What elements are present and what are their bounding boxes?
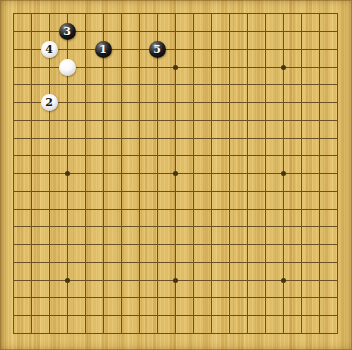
board-point[interactable] bbox=[184, 325, 202, 343]
board-point[interactable] bbox=[292, 23, 310, 41]
board-point[interactable] bbox=[40, 254, 58, 272]
board-point[interactable] bbox=[76, 325, 94, 343]
board-point[interactable] bbox=[310, 94, 328, 112]
board-point[interactable] bbox=[130, 94, 148, 112]
board-point[interactable] bbox=[310, 236, 328, 254]
board-point[interactable] bbox=[58, 129, 76, 147]
board-point[interactable]: 2 bbox=[40, 94, 58, 112]
board-point[interactable] bbox=[256, 58, 274, 76]
board-point[interactable] bbox=[112, 94, 130, 112]
board-point[interactable] bbox=[202, 307, 220, 325]
board-point[interactable] bbox=[202, 58, 220, 76]
board-point[interactable] bbox=[58, 112, 76, 130]
board-point[interactable] bbox=[310, 76, 328, 94]
board-point[interactable] bbox=[310, 200, 328, 218]
board-point[interactable] bbox=[94, 325, 112, 343]
board-point[interactable] bbox=[328, 183, 346, 201]
board-point[interactable] bbox=[58, 147, 76, 165]
board-point[interactable] bbox=[202, 289, 220, 307]
board-point[interactable] bbox=[166, 112, 184, 130]
board-point[interactable] bbox=[130, 218, 148, 236]
board-point[interactable] bbox=[58, 307, 76, 325]
board-point[interactable] bbox=[76, 218, 94, 236]
board-point[interactable] bbox=[328, 112, 346, 130]
board-point[interactable] bbox=[274, 254, 292, 272]
board-point[interactable] bbox=[202, 76, 220, 94]
board-point[interactable] bbox=[328, 41, 346, 59]
board-point[interactable]: 3 bbox=[58, 23, 76, 41]
board-point[interactable] bbox=[148, 289, 166, 307]
board-point[interactable] bbox=[130, 165, 148, 183]
board-point[interactable] bbox=[184, 5, 202, 23]
board-point[interactable] bbox=[22, 307, 40, 325]
board-point[interactable] bbox=[238, 129, 256, 147]
board-point[interactable] bbox=[220, 94, 238, 112]
board-point[interactable] bbox=[40, 218, 58, 236]
board-point[interactable] bbox=[184, 112, 202, 130]
board-point[interactable] bbox=[76, 129, 94, 147]
board-point[interactable] bbox=[166, 271, 184, 289]
board-point[interactable] bbox=[220, 325, 238, 343]
board-point[interactable] bbox=[112, 76, 130, 94]
board-point[interactable] bbox=[184, 236, 202, 254]
board-point[interactable] bbox=[22, 165, 40, 183]
board-point[interactable] bbox=[148, 58, 166, 76]
board-point[interactable] bbox=[328, 165, 346, 183]
board-point[interactable] bbox=[130, 183, 148, 201]
board-point[interactable] bbox=[40, 307, 58, 325]
board-point[interactable] bbox=[202, 112, 220, 130]
board-point[interactable] bbox=[292, 254, 310, 272]
board-point[interactable] bbox=[220, 129, 238, 147]
board-point[interactable] bbox=[256, 23, 274, 41]
board-point[interactable] bbox=[202, 147, 220, 165]
board-point[interactable] bbox=[310, 218, 328, 236]
board-point[interactable] bbox=[166, 200, 184, 218]
board-point[interactable] bbox=[202, 200, 220, 218]
board-point[interactable] bbox=[58, 41, 76, 59]
board-point[interactable] bbox=[292, 41, 310, 59]
board-point[interactable] bbox=[22, 23, 40, 41]
board-point[interactable] bbox=[76, 271, 94, 289]
board-point[interactable] bbox=[112, 200, 130, 218]
board-point[interactable] bbox=[274, 129, 292, 147]
board-point[interactable] bbox=[310, 183, 328, 201]
board-point[interactable] bbox=[238, 94, 256, 112]
board-point[interactable] bbox=[76, 23, 94, 41]
board-point[interactable] bbox=[130, 307, 148, 325]
board-point[interactable] bbox=[130, 76, 148, 94]
board-point[interactable] bbox=[112, 23, 130, 41]
board-point[interactable] bbox=[166, 94, 184, 112]
board-point[interactable] bbox=[166, 236, 184, 254]
board-point[interactable] bbox=[112, 254, 130, 272]
board-point[interactable] bbox=[4, 307, 22, 325]
board-point[interactable] bbox=[256, 289, 274, 307]
board-point[interactable] bbox=[166, 76, 184, 94]
board-point[interactable] bbox=[40, 76, 58, 94]
board-point[interactable] bbox=[292, 236, 310, 254]
board-point[interactable] bbox=[94, 307, 112, 325]
board-point[interactable] bbox=[328, 325, 346, 343]
board-point[interactable] bbox=[220, 5, 238, 23]
board-point[interactable] bbox=[76, 200, 94, 218]
board-point[interactable] bbox=[292, 58, 310, 76]
board-point[interactable] bbox=[94, 200, 112, 218]
board-point[interactable] bbox=[22, 200, 40, 218]
board-point[interactable] bbox=[112, 271, 130, 289]
board-point[interactable] bbox=[220, 254, 238, 272]
board-point[interactable] bbox=[310, 112, 328, 130]
board-point[interactable] bbox=[94, 112, 112, 130]
board-point[interactable] bbox=[112, 307, 130, 325]
board-point[interactable] bbox=[58, 218, 76, 236]
board-point[interactable] bbox=[76, 183, 94, 201]
board-point[interactable] bbox=[292, 325, 310, 343]
board-point[interactable] bbox=[40, 200, 58, 218]
board-point[interactable] bbox=[220, 307, 238, 325]
board-point[interactable] bbox=[112, 165, 130, 183]
board-point[interactable] bbox=[148, 76, 166, 94]
board-point[interactable] bbox=[4, 94, 22, 112]
board-point[interactable] bbox=[274, 76, 292, 94]
board-point[interactable] bbox=[328, 129, 346, 147]
board-point[interactable] bbox=[274, 218, 292, 236]
board-point[interactable] bbox=[238, 5, 256, 23]
board-point[interactable] bbox=[184, 271, 202, 289]
board-point[interactable] bbox=[328, 58, 346, 76]
board-point[interactable] bbox=[202, 271, 220, 289]
board-point[interactable] bbox=[256, 76, 274, 94]
board-point[interactable] bbox=[256, 218, 274, 236]
board-point[interactable] bbox=[256, 112, 274, 130]
board-point[interactable] bbox=[22, 94, 40, 112]
board-point[interactable] bbox=[94, 58, 112, 76]
board-point[interactable] bbox=[220, 112, 238, 130]
board-point[interactable] bbox=[238, 200, 256, 218]
board-point[interactable] bbox=[112, 325, 130, 343]
board-point[interactable] bbox=[166, 5, 184, 23]
board-point[interactable] bbox=[4, 254, 22, 272]
board-point[interactable] bbox=[4, 271, 22, 289]
board-point[interactable] bbox=[94, 5, 112, 23]
board-point[interactable] bbox=[76, 307, 94, 325]
board-point[interactable] bbox=[292, 218, 310, 236]
board-point[interactable] bbox=[274, 23, 292, 41]
board-point[interactable] bbox=[184, 41, 202, 59]
board-point[interactable] bbox=[202, 94, 220, 112]
board-point[interactable] bbox=[220, 23, 238, 41]
board-point[interactable] bbox=[166, 325, 184, 343]
board-point[interactable] bbox=[4, 129, 22, 147]
board-point[interactable] bbox=[220, 200, 238, 218]
board-point[interactable] bbox=[292, 94, 310, 112]
board-point[interactable] bbox=[274, 307, 292, 325]
board-point[interactable] bbox=[310, 23, 328, 41]
board-point[interactable] bbox=[148, 112, 166, 130]
board-point[interactable] bbox=[238, 183, 256, 201]
board-point[interactable] bbox=[58, 5, 76, 23]
board-point[interactable] bbox=[184, 165, 202, 183]
board-point[interactable] bbox=[22, 183, 40, 201]
board-point[interactable] bbox=[58, 325, 76, 343]
board-point[interactable] bbox=[94, 94, 112, 112]
board-point[interactable] bbox=[292, 5, 310, 23]
board-point[interactable] bbox=[166, 23, 184, 41]
board-point[interactable] bbox=[4, 325, 22, 343]
board-point[interactable] bbox=[22, 218, 40, 236]
board-point[interactable] bbox=[220, 236, 238, 254]
board-point[interactable] bbox=[310, 41, 328, 59]
board-point[interactable] bbox=[238, 58, 256, 76]
board-point[interactable] bbox=[40, 5, 58, 23]
board-point[interactable] bbox=[310, 147, 328, 165]
board-point[interactable] bbox=[166, 147, 184, 165]
board-point[interactable] bbox=[310, 58, 328, 76]
board-point[interactable] bbox=[328, 76, 346, 94]
board-point[interactable] bbox=[40, 236, 58, 254]
board-point[interactable] bbox=[94, 23, 112, 41]
board-point[interactable] bbox=[184, 129, 202, 147]
board-point[interactable] bbox=[148, 218, 166, 236]
board-point[interactable] bbox=[22, 112, 40, 130]
board-point[interactable] bbox=[148, 325, 166, 343]
board-point[interactable] bbox=[22, 58, 40, 76]
board-point[interactable] bbox=[274, 289, 292, 307]
board-point[interactable] bbox=[22, 76, 40, 94]
board-point[interactable] bbox=[202, 165, 220, 183]
board-point[interactable] bbox=[220, 289, 238, 307]
board-point[interactable] bbox=[130, 58, 148, 76]
board-point[interactable] bbox=[292, 307, 310, 325]
board-point[interactable] bbox=[166, 289, 184, 307]
board-point[interactable] bbox=[310, 254, 328, 272]
board-point[interactable] bbox=[184, 23, 202, 41]
board-point[interactable] bbox=[4, 58, 22, 76]
board-point[interactable] bbox=[202, 254, 220, 272]
board-point[interactable] bbox=[166, 254, 184, 272]
board-point[interactable] bbox=[130, 325, 148, 343]
board-point[interactable] bbox=[274, 325, 292, 343]
board-point[interactable] bbox=[130, 5, 148, 23]
board-point[interactable] bbox=[22, 325, 40, 343]
board-point[interactable] bbox=[40, 165, 58, 183]
board-point[interactable] bbox=[166, 165, 184, 183]
board-point[interactable] bbox=[4, 41, 22, 59]
board-point[interactable] bbox=[292, 147, 310, 165]
board-point[interactable] bbox=[328, 94, 346, 112]
board-point[interactable] bbox=[94, 183, 112, 201]
board-point[interactable] bbox=[274, 200, 292, 218]
board-point[interactable] bbox=[238, 236, 256, 254]
board-point[interactable] bbox=[202, 218, 220, 236]
board-point[interactable] bbox=[148, 200, 166, 218]
board-point[interactable] bbox=[220, 183, 238, 201]
board-point[interactable] bbox=[22, 289, 40, 307]
board-point[interactable] bbox=[130, 147, 148, 165]
board-point[interactable] bbox=[76, 254, 94, 272]
board-point[interactable] bbox=[328, 5, 346, 23]
board-point[interactable] bbox=[4, 200, 22, 218]
board-point[interactable] bbox=[184, 58, 202, 76]
board-point[interactable] bbox=[112, 289, 130, 307]
board-point[interactable] bbox=[220, 218, 238, 236]
board-point[interactable] bbox=[238, 23, 256, 41]
board-point[interactable] bbox=[256, 325, 274, 343]
board-point[interactable] bbox=[22, 254, 40, 272]
board-point[interactable] bbox=[202, 325, 220, 343]
board-point[interactable] bbox=[220, 58, 238, 76]
board-point[interactable] bbox=[220, 165, 238, 183]
board-point[interactable] bbox=[220, 76, 238, 94]
board-point[interactable] bbox=[4, 112, 22, 130]
board-point[interactable] bbox=[58, 200, 76, 218]
board-point[interactable] bbox=[148, 254, 166, 272]
board-point[interactable] bbox=[166, 183, 184, 201]
board-point[interactable] bbox=[4, 236, 22, 254]
board-point[interactable] bbox=[76, 76, 94, 94]
board-point[interactable] bbox=[238, 254, 256, 272]
board-point[interactable] bbox=[238, 112, 256, 130]
board-point[interactable] bbox=[256, 5, 274, 23]
board-point[interactable] bbox=[148, 183, 166, 201]
board-point[interactable] bbox=[58, 289, 76, 307]
board-point[interactable] bbox=[274, 147, 292, 165]
board-point[interactable] bbox=[148, 94, 166, 112]
board-point[interactable] bbox=[310, 129, 328, 147]
board-point[interactable] bbox=[274, 112, 292, 130]
board-point[interactable] bbox=[40, 58, 58, 76]
board-point[interactable] bbox=[148, 147, 166, 165]
board-point[interactable] bbox=[58, 94, 76, 112]
board-point[interactable] bbox=[130, 289, 148, 307]
board-point[interactable] bbox=[292, 129, 310, 147]
board-point[interactable] bbox=[76, 112, 94, 130]
board-point[interactable] bbox=[184, 94, 202, 112]
board-point[interactable] bbox=[256, 129, 274, 147]
board-point[interactable] bbox=[22, 129, 40, 147]
board-point[interactable] bbox=[40, 325, 58, 343]
board-point[interactable] bbox=[94, 254, 112, 272]
board-point[interactable] bbox=[166, 41, 184, 59]
board-point[interactable] bbox=[148, 23, 166, 41]
board-point[interactable] bbox=[58, 76, 76, 94]
board-point[interactable] bbox=[94, 76, 112, 94]
board-point[interactable] bbox=[310, 289, 328, 307]
board-point[interactable] bbox=[148, 165, 166, 183]
board-point[interactable] bbox=[148, 5, 166, 23]
board-point[interactable] bbox=[40, 129, 58, 147]
board-point[interactable] bbox=[76, 58, 94, 76]
board-point[interactable] bbox=[238, 271, 256, 289]
board-point[interactable] bbox=[292, 271, 310, 289]
board-point[interactable] bbox=[130, 200, 148, 218]
board-point[interactable] bbox=[76, 289, 94, 307]
board-point[interactable] bbox=[274, 271, 292, 289]
board-point[interactable] bbox=[22, 271, 40, 289]
board-point[interactable] bbox=[76, 41, 94, 59]
board-point[interactable] bbox=[58, 183, 76, 201]
board-point[interactable] bbox=[328, 307, 346, 325]
board-point[interactable] bbox=[22, 5, 40, 23]
board-point[interactable] bbox=[4, 5, 22, 23]
board-point[interactable] bbox=[292, 200, 310, 218]
board-point[interactable] bbox=[130, 23, 148, 41]
board-point[interactable] bbox=[58, 254, 76, 272]
board-point[interactable] bbox=[4, 289, 22, 307]
board-point[interactable] bbox=[238, 289, 256, 307]
board-point[interactable] bbox=[292, 76, 310, 94]
board-point[interactable] bbox=[274, 165, 292, 183]
board-point[interactable] bbox=[58, 236, 76, 254]
board-point[interactable] bbox=[328, 254, 346, 272]
board-point[interactable] bbox=[310, 271, 328, 289]
board-point[interactable] bbox=[22, 147, 40, 165]
board-point[interactable] bbox=[256, 200, 274, 218]
board-point[interactable] bbox=[112, 147, 130, 165]
board-point[interactable] bbox=[310, 5, 328, 23]
board-point[interactable] bbox=[256, 271, 274, 289]
board-point[interactable] bbox=[256, 147, 274, 165]
board-point[interactable] bbox=[238, 147, 256, 165]
board-point[interactable] bbox=[130, 271, 148, 289]
board-point[interactable] bbox=[328, 200, 346, 218]
board-point[interactable] bbox=[22, 236, 40, 254]
board-point[interactable] bbox=[4, 76, 22, 94]
board-point[interactable] bbox=[184, 76, 202, 94]
board-point[interactable] bbox=[274, 5, 292, 23]
board-point[interactable] bbox=[202, 183, 220, 201]
board-point[interactable] bbox=[292, 112, 310, 130]
board-point[interactable] bbox=[274, 58, 292, 76]
board-point[interactable] bbox=[112, 183, 130, 201]
board-point[interactable] bbox=[76, 165, 94, 183]
board-point[interactable] bbox=[58, 271, 76, 289]
board-point[interactable] bbox=[256, 183, 274, 201]
board-point[interactable] bbox=[4, 165, 22, 183]
board-point[interactable] bbox=[274, 94, 292, 112]
board-point[interactable] bbox=[202, 129, 220, 147]
board-point[interactable] bbox=[328, 23, 346, 41]
board-point[interactable] bbox=[274, 41, 292, 59]
board-point[interactable] bbox=[328, 289, 346, 307]
board-point[interactable] bbox=[184, 307, 202, 325]
board-point[interactable] bbox=[256, 41, 274, 59]
board-point[interactable] bbox=[238, 325, 256, 343]
board-point[interactable] bbox=[184, 183, 202, 201]
board-point[interactable] bbox=[310, 307, 328, 325]
board-point[interactable] bbox=[94, 236, 112, 254]
board-point[interactable] bbox=[94, 129, 112, 147]
board-point[interactable] bbox=[76, 5, 94, 23]
board-point[interactable] bbox=[112, 58, 130, 76]
board-point[interactable] bbox=[292, 165, 310, 183]
board-point[interactable] bbox=[76, 147, 94, 165]
board-point[interactable] bbox=[148, 307, 166, 325]
board-point[interactable] bbox=[112, 129, 130, 147]
board-point[interactable] bbox=[94, 165, 112, 183]
board-point[interactable] bbox=[4, 183, 22, 201]
board-point[interactable] bbox=[4, 218, 22, 236]
board-point[interactable] bbox=[238, 41, 256, 59]
board-point[interactable] bbox=[202, 41, 220, 59]
board-point[interactable] bbox=[292, 183, 310, 201]
board-point[interactable] bbox=[130, 129, 148, 147]
board-point[interactable] bbox=[148, 236, 166, 254]
board-point[interactable] bbox=[58, 58, 76, 76]
board-point[interactable] bbox=[328, 236, 346, 254]
board-point[interactable] bbox=[274, 183, 292, 201]
